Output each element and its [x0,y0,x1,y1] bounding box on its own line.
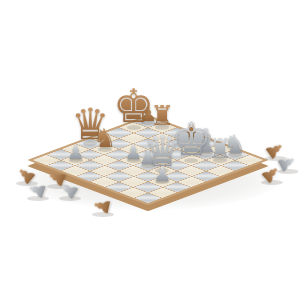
photo-scene: ♟♜♚♟♛♞♞♝♜♚♟♟♟♛♟ ♟♟♟♟♟♟♟♟ [0,0,298,298]
silver-pawn-g3[interactable]: ♟ [153,164,171,184]
wood-king-a7[interactable]: ♚ [113,83,154,129]
silver-pawn-b2[interactable]: ♟ [67,142,85,162]
wood-knight-b4[interactable]: ♞ [93,125,116,151]
captured-wood-pawn-3[interactable]: ♟ [90,195,113,217]
